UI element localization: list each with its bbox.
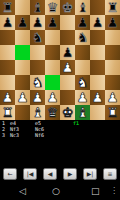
move-number: 3: [2, 132, 10, 138]
square-h2[interactable]: ♟: [105, 90, 120, 105]
square-h4[interactable]: [105, 60, 120, 75]
square-a7[interactable]: ♟: [0, 15, 15, 30]
square-b6[interactable]: [15, 30, 30, 45]
black-pawn: ♟: [75, 15, 90, 30]
square-c4[interactable]: [30, 60, 45, 75]
square-a6[interactable]: [0, 30, 15, 45]
white-queen: ♛: [45, 105, 60, 120]
white-king: ♚: [60, 105, 75, 120]
android-back-icon[interactable]: ◁: [19, 186, 26, 196]
square-c1[interactable]: ♝: [30, 105, 45, 120]
black-queen: ♛: [45, 0, 60, 15]
square-f7[interactable]: ♟: [75, 15, 90, 30]
black-pawn: ♟: [60, 45, 75, 60]
square-b7[interactable]: ♟: [15, 15, 30, 30]
square-e7[interactable]: [60, 15, 75, 30]
menu-button[interactable]: ≡: [103, 168, 117, 180]
black-pawn: ♟: [105, 15, 120, 30]
android-home-icon[interactable]: ○: [52, 186, 60, 196]
pending-move-input: f1: [73, 120, 79, 126]
square-h8[interactable]: ♜: [105, 0, 120, 15]
square-e5[interactable]: ♟: [60, 45, 75, 60]
square-g5[interactable]: [90, 45, 105, 60]
android-nav-bar: ◁ ○ □ ⋮: [0, 182, 120, 200]
square-h7[interactable]: ♟: [105, 15, 120, 30]
black-bishop: ♝: [30, 0, 45, 15]
black-king: ♚: [60, 0, 75, 15]
square-b1[interactable]: [15, 105, 30, 120]
square-f2[interactable]: ♟: [75, 90, 90, 105]
white-pawn: ♟: [105, 90, 120, 105]
black-pawn: ♟: [0, 15, 15, 30]
black-pawn: ♟: [45, 15, 60, 30]
square-e3[interactable]: [60, 75, 75, 90]
move-row: 3Nc3Nf6: [0, 132, 70, 138]
black-move[interactable]: Nf6: [35, 132, 65, 138]
black-knight: ♞: [75, 30, 90, 45]
square-g6[interactable]: [90, 30, 105, 45]
move-list: 1e4e52Nf3Nc63Nc3Nf6: [0, 120, 70, 138]
white-rook: ♜: [105, 105, 120, 120]
chess-app-screen: ♜♝♛♚♝♜♟♟♟♟♟♟♟♞♞♟♟♞♞♟♟♟♟♟♟♟♜♝♛♚♝♜ 1e4e52N…: [0, 0, 120, 200]
square-h1[interactable]: ♜: [105, 105, 120, 120]
square-e6[interactable]: [60, 30, 75, 45]
white-pawn: ♟: [60, 60, 75, 75]
square-d2[interactable]: ♟: [45, 90, 60, 105]
black-bishop: ♝: [75, 0, 90, 15]
square-h5[interactable]: [105, 45, 120, 60]
jump-start-button[interactable]: |◀: [23, 168, 37, 180]
square-f5[interactable]: [75, 45, 90, 60]
white-pawn: ♟: [30, 90, 45, 105]
black-knight: ♞: [30, 30, 45, 45]
square-e2[interactable]: [60, 90, 75, 105]
square-h3[interactable]: [105, 75, 120, 90]
square-c2[interactable]: ♟: [30, 90, 45, 105]
square-b5[interactable]: [15, 45, 30, 60]
square-c6[interactable]: ♞: [30, 30, 45, 45]
square-g4[interactable]: [90, 60, 105, 75]
black-rook: ♜: [105, 0, 120, 15]
step-back-button[interactable]: ◀: [43, 168, 57, 180]
square-a8[interactable]: ♜: [0, 0, 15, 15]
square-d8[interactable]: ♛: [45, 0, 60, 15]
white-pawn: ♟: [90, 90, 105, 105]
square-c3[interactable]: ♞: [30, 75, 45, 90]
white-knight: ♞: [30, 75, 45, 90]
white-move[interactable]: Nc3: [10, 132, 35, 138]
square-d3[interactable]: [45, 75, 60, 90]
square-b4[interactable]: [15, 60, 30, 75]
square-a2[interactable]: ♟: [0, 90, 15, 105]
square-f4[interactable]: [75, 60, 90, 75]
white-pawn: ♟: [0, 90, 15, 105]
black-pawn: ♟: [15, 15, 30, 30]
black-pawn: ♟: [30, 15, 45, 30]
square-f3[interactable]: ♞: [75, 75, 90, 90]
square-d7[interactable]: ♟: [45, 15, 60, 30]
overflow-menu-icon[interactable]: ⋮: [110, 186, 118, 196]
white-rook: ♜: [0, 105, 15, 120]
white-pawn: ♟: [45, 90, 60, 105]
white-bishop: ♝: [30, 105, 45, 120]
square-f6[interactable]: ♞: [75, 30, 90, 45]
square-d5[interactable]: [45, 45, 60, 60]
square-c8[interactable]: ♝: [30, 0, 45, 15]
step-forward-button[interactable]: ▶: [63, 168, 77, 180]
white-bishop: ♝: [75, 105, 90, 120]
square-a1[interactable]: ♜: [0, 105, 15, 120]
square-c5[interactable]: [30, 45, 45, 60]
white-knight: ♞: [75, 75, 90, 90]
square-e8[interactable]: ♚: [60, 0, 75, 15]
square-g1[interactable]: [90, 105, 105, 120]
white-pawn: ♟: [15, 90, 30, 105]
square-d1[interactable]: ♛: [45, 105, 60, 120]
square-g2[interactable]: ♟: [90, 90, 105, 105]
white-pawn: ♟: [75, 90, 90, 105]
square-f1[interactable]: ♝: [75, 105, 90, 120]
square-a3[interactable]: [0, 75, 15, 90]
undo-button[interactable]: ←: [3, 168, 17, 180]
square-b3[interactable]: [15, 75, 30, 90]
black-rook: ♜: [0, 0, 15, 15]
square-a5[interactable]: [0, 45, 15, 60]
square-b2[interactable]: ♟: [15, 90, 30, 105]
square-f8[interactable]: ♝: [75, 0, 90, 15]
square-a4[interactable]: [0, 60, 15, 75]
square-d6[interactable]: [45, 30, 60, 45]
square-e1[interactable]: ♚: [60, 105, 75, 120]
controls-bar: ←|◀◀▶▶|≡: [0, 167, 120, 181]
square-c7[interactable]: ♟: [30, 15, 45, 30]
square-e4[interactable]: ♟: [60, 60, 75, 75]
square-h6[interactable]: [105, 30, 120, 45]
jump-end-button[interactable]: ▶|: [83, 168, 97, 180]
android-recents-icon[interactable]: □: [91, 186, 100, 196]
square-g3[interactable]: [90, 75, 105, 90]
board: ♜♝♛♚♝♜♟♟♟♟♟♟♟♞♞♟♟♞♞♟♟♟♟♟♟♟♜♝♛♚♝♜: [0, 0, 120, 120]
square-b8[interactable]: [15, 0, 30, 15]
square-d4[interactable]: [45, 60, 60, 75]
square-g7[interactable]: ♟: [90, 15, 105, 30]
square-g8[interactable]: [90, 0, 105, 15]
black-pawn: ♟: [90, 15, 105, 30]
